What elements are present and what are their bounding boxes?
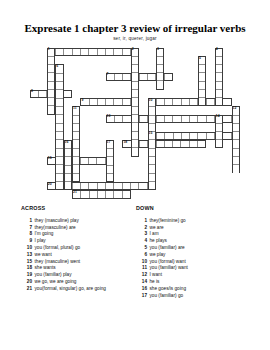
- grid-cell[interactable]: [98, 99, 106, 105]
- clue-item: 3I am: [136, 231, 261, 238]
- grid-cell[interactable]: [132, 90, 138, 98]
- clue-number: 6: [136, 252, 147, 259]
- grid-cell[interactable]: [65, 182, 71, 189]
- clue-number: 2: [136, 225, 147, 232]
- word-slot[interactable]: [215, 115, 223, 149]
- grid-cell[interactable]: [56, 99, 62, 107]
- clue-text: they(feminine) go: [147, 218, 186, 225]
- grid-cell[interactable]: [132, 57, 138, 65]
- grid-cell[interactable]: [56, 82, 62, 90]
- word-slot[interactable]: [106, 140, 114, 182]
- word-slot[interactable]: [131, 48, 139, 157]
- clue-item: 17you (familiar) go: [136, 293, 261, 300]
- grid-cell[interactable]: [199, 90, 205, 98]
- grid-cell[interactable]: [107, 174, 113, 181]
- word-slot[interactable]: [148, 98, 156, 190]
- grid-cell[interactable]: [65, 174, 71, 182]
- grid-cell[interactable]: [89, 183, 97, 189]
- word-slot[interactable]: [72, 106, 80, 182]
- clue-number: 21: [21, 286, 32, 293]
- clue-item: 12I want: [136, 272, 261, 279]
- grid-cell[interactable]: [107, 157, 113, 165]
- clue-text: we are: [147, 225, 164, 232]
- grid-cell[interactable]: [114, 49, 122, 55]
- grid-cell[interactable]: [207, 99, 215, 105]
- grid-cell[interactable]: [123, 183, 131, 189]
- grid-cell[interactable]: [233, 165, 239, 172]
- grid-cell[interactable]: [81, 158, 89, 164]
- grid-cell[interactable]: [123, 49, 131, 55]
- clue-text: we want: [32, 252, 52, 259]
- grid-cell[interactable]: [56, 107, 62, 115]
- clue-number: 3: [136, 231, 147, 238]
- grid-cell[interactable]: [73, 116, 79, 124]
- word-slot[interactable]: [148, 132, 240, 140]
- clue-number: 11: [136, 265, 147, 272]
- clue-number-label: 1: [48, 48, 50, 51]
- clue-number-label: 21: [73, 191, 77, 194]
- clue-number: 15: [21, 259, 32, 266]
- clue-text: we play: [147, 252, 165, 259]
- grid-cell[interactable]: [233, 140, 239, 148]
- grid-cell[interactable]: [131, 183, 139, 189]
- grid-cell[interactable]: [216, 65, 222, 73]
- grid-cell[interactable]: [216, 73, 222, 81]
- word-slot[interactable]: [215, 48, 223, 107]
- grid-cell[interactable]: [81, 191, 89, 197]
- grid-cell[interactable]: [65, 149, 71, 157]
- grid-cell[interactable]: [132, 98, 138, 106]
- grid-cell[interactable]: [81, 183, 89, 189]
- grid-cell[interactable]: [64, 91, 71, 97]
- clue-text: he plays: [147, 238, 167, 245]
- clue-number-label: 18: [123, 141, 127, 144]
- grid-cell[interactable]: [132, 123, 138, 131]
- grid-cell[interactable]: [107, 149, 113, 157]
- clue-item: 7they(masculine) are: [21, 225, 146, 232]
- clue-number: 9: [21, 238, 32, 245]
- grid-cell[interactable]: [48, 57, 54, 65]
- grid-cell[interactable]: [223, 99, 230, 105]
- grid-cell[interactable]: [48, 106, 54, 113]
- grid-cell[interactable]: [132, 82, 138, 90]
- clue-number: 12: [136, 272, 147, 279]
- clue-number: 10: [21, 245, 32, 252]
- grid-cell[interactable]: [216, 82, 222, 90]
- across-clues: ACROSS 1they (masculine) play7they(mascu…: [21, 205, 146, 293]
- clue-number-label: 13: [107, 115, 111, 118]
- clue-text: you (familiar) play: [32, 272, 72, 279]
- clue-number-label: 4: [216, 48, 218, 51]
- grid-cell[interactable]: [98, 49, 106, 55]
- grid-cell[interactable]: [64, 49, 72, 55]
- grid-cell[interactable]: [199, 73, 205, 81]
- grid-cell[interactable]: [173, 141, 181, 147]
- clue-item: 10you (formal, plural) go: [21, 245, 146, 252]
- grid-cell[interactable]: [123, 191, 130, 197]
- word-slot[interactable]: [232, 106, 240, 173]
- clue-number: 20: [21, 279, 32, 286]
- grid-cell[interactable]: [73, 132, 79, 140]
- crossword-grid[interactable]: 178910131518192021234561112141617: [0, 0, 270, 205]
- clue-item: 11you (familiar) want: [136, 265, 261, 272]
- grid-cell[interactable]: [190, 141, 198, 147]
- clue-number-label: 7: [107, 73, 109, 76]
- clue-number: 16: [136, 286, 147, 293]
- clue-text: I am: [147, 231, 159, 238]
- grid-cell[interactable]: [56, 174, 62, 182]
- grid-cell[interactable]: [73, 124, 79, 132]
- grid-cell[interactable]: [233, 124, 239, 132]
- grid-cell[interactable]: [56, 124, 62, 132]
- clue-number-label: 17: [107, 141, 111, 144]
- grid-cell[interactable]: [165, 133, 173, 139]
- grid-cell[interactable]: [106, 183, 114, 189]
- clue-text: they(masculine) are: [32, 225, 76, 232]
- clue-text: you(formal, singular) go, are going: [32, 286, 106, 293]
- grid-cell[interactable]: [182, 133, 190, 139]
- grid-cell[interactable]: [216, 124, 222, 132]
- grid-cell[interactable]: [48, 90, 54, 98]
- grid-cell[interactable]: [89, 49, 97, 55]
- grid-cell[interactable]: [165, 116, 173, 122]
- grid-cell[interactable]: [132, 65, 138, 73]
- grid-cell[interactable]: [207, 116, 215, 122]
- word-slot[interactable]: [64, 140, 72, 190]
- clue-number: 19: [21, 272, 32, 279]
- grid-cell[interactable]: [132, 132, 138, 140]
- clue-number: 14: [136, 279, 147, 286]
- grid-cell[interactable]: [89, 158, 97, 164]
- clue-text: I play: [32, 238, 46, 245]
- grid-cell[interactable]: [198, 141, 205, 147]
- grid-cell[interactable]: [157, 141, 165, 147]
- grid-cell[interactable]: [216, 132, 222, 140]
- grid-cell[interactable]: [157, 99, 165, 105]
- grid-cell[interactable]: [198, 133, 206, 139]
- grid-cell[interactable]: [73, 149, 79, 157]
- clue-number-label: 15: [149, 132, 153, 135]
- clue-text: I'm going: [32, 231, 53, 238]
- grid-cell[interactable]: [56, 182, 62, 189]
- grid-cell[interactable]: [90, 191, 98, 197]
- grid-cell[interactable]: [199, 82, 205, 90]
- word-slot[interactable]: [47, 48, 55, 115]
- grid-cell[interactable]: [157, 81, 163, 88]
- clue-number: 1: [21, 218, 32, 225]
- word-slot[interactable]: [72, 190, 131, 198]
- grid-cell[interactable]: [132, 107, 138, 115]
- grid-cell[interactable]: [98, 191, 106, 197]
- grid-cell[interactable]: [73, 165, 79, 173]
- grid-cell[interactable]: [73, 157, 79, 165]
- clue-number: 17: [136, 293, 147, 300]
- grid-cell[interactable]: [132, 73, 138, 81]
- clue-number-label: 14: [216, 115, 220, 118]
- grid-cell[interactable]: [157, 65, 163, 73]
- grid-cell[interactable]: [233, 149, 239, 157]
- grid-cell[interactable]: [139, 183, 147, 189]
- clue-text: you (formal) want: [147, 259, 186, 266]
- grid-cell[interactable]: [173, 99, 181, 105]
- grid-cell[interactable]: [115, 74, 123, 80]
- grid-cell[interactable]: [107, 166, 113, 174]
- grid-cell[interactable]: [48, 82, 54, 90]
- word-slot[interactable]: [156, 48, 164, 90]
- grid-cell[interactable]: [149, 157, 155, 165]
- grid-cell[interactable]: [56, 149, 62, 157]
- clue-text: you (familiar) are: [147, 245, 185, 252]
- word-slot[interactable]: [47, 48, 139, 56]
- grid-cell[interactable]: [132, 148, 138, 155]
- clue-number-label: 6: [56, 65, 58, 68]
- clue-number-label: 11: [73, 107, 77, 110]
- clue-text: you (familiar) go: [147, 293, 183, 300]
- grid-cell[interactable]: [56, 132, 62, 140]
- clue-number: 18: [21, 265, 32, 272]
- clue-number-label: 16: [65, 141, 69, 144]
- clue-number-label: 2: [132, 48, 134, 51]
- clue-number: 1: [136, 218, 147, 225]
- grid-cell[interactable]: [73, 140, 79, 148]
- grid-cell[interactable]: [190, 133, 198, 139]
- grid-cell[interactable]: [190, 116, 198, 122]
- clue-item: 5you (familiar) are: [136, 245, 261, 252]
- clue-item: 10you (formal) want: [136, 259, 261, 266]
- grid-cell[interactable]: [216, 90, 222, 98]
- grid-cell[interactable]: [132, 140, 138, 148]
- clue-item: 9I play: [21, 238, 146, 245]
- clue-text: you (familiar) want: [147, 265, 188, 272]
- grid-cell[interactable]: [48, 65, 54, 73]
- grid-cell[interactable]: [174, 133, 182, 139]
- grid-cell[interactable]: [81, 49, 89, 55]
- grid-cell[interactable]: [48, 98, 54, 106]
- clue-number-label: 20: [48, 183, 52, 186]
- clue-number: 4: [136, 238, 147, 245]
- grid-cell[interactable]: [149, 149, 155, 157]
- grid-cell[interactable]: [149, 165, 155, 173]
- grid-cell[interactable]: [65, 166, 71, 174]
- clue-item: 13we want: [21, 252, 146, 259]
- clue-number: 13: [21, 252, 32, 259]
- clue-number-label: 12: [233, 107, 237, 110]
- clue-item: 1they (masculine) play: [21, 218, 146, 225]
- clue-number-label: 10: [149, 99, 153, 102]
- down-header: DOWN: [136, 205, 261, 212]
- grid-cell[interactable]: [216, 57, 222, 65]
- grid-cell[interactable]: [106, 191, 114, 197]
- grid-cell[interactable]: [216, 98, 222, 105]
- clue-item: 16she goes/is going: [136, 286, 261, 293]
- clue-item: 8I'm going: [21, 231, 146, 238]
- grid-cell[interactable]: [56, 90, 62, 98]
- grid-cell[interactable]: [223, 133, 231, 139]
- grid-cell[interactable]: [149, 182, 155, 189]
- clue-text: she wants: [32, 265, 56, 272]
- clue-number: 10: [136, 259, 147, 266]
- grid-cell[interactable]: [181, 141, 189, 147]
- clue-item: 14he is: [136, 279, 261, 286]
- grid-cell[interactable]: [165, 74, 172, 80]
- grid-cell[interactable]: [97, 158, 105, 164]
- grid-cell[interactable]: [48, 73, 54, 81]
- clue-number: 8: [21, 231, 32, 238]
- grid-cell[interactable]: [157, 133, 165, 139]
- grid-cell[interactable]: [98, 183, 106, 189]
- grid-cell[interactable]: [157, 57, 163, 65]
- clue-number-label: 8: [31, 90, 33, 93]
- clue-text: you (formal, plural) go: [32, 245, 80, 252]
- grid-cell[interactable]: [115, 116, 123, 122]
- grid-cell[interactable]: [223, 116, 231, 122]
- grid-cell[interactable]: [165, 99, 173, 105]
- grid-cell[interactable]: [140, 74, 148, 80]
- grid-cell[interactable]: [149, 140, 155, 148]
- down-clue-list: 1they(feminine) go2we are3I am4he plays5…: [136, 218, 261, 300]
- grid-cell[interactable]: [233, 116, 239, 124]
- grid-cell[interactable]: [106, 99, 114, 105]
- grid-cell[interactable]: [149, 107, 155, 115]
- clue-number-label: 9: [81, 99, 83, 102]
- word-slot[interactable]: [55, 64, 63, 190]
- grid-cell[interactable]: [56, 74, 62, 82]
- clue-item: 21you(formal, singular) go, are going: [21, 286, 146, 293]
- grid-cell[interactable]: [114, 99, 122, 105]
- word-slot[interactable]: [198, 56, 206, 106]
- clue-item: 6we play: [136, 252, 261, 259]
- clue-item: 19you (familiar) play: [21, 272, 146, 279]
- clue-text: we go, we are going: [32, 279, 76, 286]
- clue-item: 4he plays: [136, 238, 261, 245]
- clue-text: they (masculine) play: [32, 218, 79, 225]
- clue-text: they (masculine) went: [32, 259, 80, 266]
- clue-text: he is: [147, 279, 159, 286]
- clue-number: 7: [21, 225, 32, 232]
- clue-item: 2we are: [136, 225, 261, 232]
- grid-cell[interactable]: [123, 99, 131, 105]
- grid-cell[interactable]: [149, 116, 155, 124]
- grid-cell[interactable]: [56, 115, 62, 123]
- clue-item: 15they (masculine) went: [21, 259, 146, 266]
- across-clue-list: 1they (masculine) play7they(masculine) a…: [21, 218, 146, 293]
- across-header: ACROSS: [21, 205, 146, 212]
- grid-cell[interactable]: [149, 174, 155, 182]
- grid-cell[interactable]: [114, 191, 122, 197]
- grid-cell[interactable]: [199, 98, 205, 105]
- grid-cell[interactable]: [216, 140, 222, 147]
- grid-cell[interactable]: [182, 99, 190, 105]
- clue-item: 1they(feminine) go: [136, 218, 261, 225]
- clue-item: 18she wants: [21, 265, 146, 272]
- grid-cell[interactable]: [56, 165, 62, 173]
- grid-cell[interactable]: [73, 174, 79, 181]
- grid-cell[interactable]: [73, 183, 81, 189]
- clue-number-label: 19: [48, 157, 52, 160]
- grid-cell[interactable]: [182, 116, 190, 122]
- clue-item: 20we go, we are going: [21, 279, 146, 286]
- grid-cell[interactable]: [56, 157, 62, 165]
- clue-text: she goes/is going: [147, 286, 186, 293]
- grid-cell[interactable]: [165, 141, 173, 147]
- clue-text: I want: [147, 272, 162, 279]
- grid-cell[interactable]: [73, 49, 81, 55]
- grid-cell[interactable]: [132, 115, 138, 123]
- clue-number-label: 3: [157, 48, 159, 51]
- grid-cell[interactable]: [56, 140, 62, 148]
- grid-cell[interactable]: [65, 157, 71, 165]
- grid-cell[interactable]: [90, 99, 98, 105]
- worksheet: Expresate 1 chapter 3 review of irregula…: [0, 0, 270, 350]
- grid-cell[interactable]: [56, 49, 64, 55]
- clue-number: 5: [136, 245, 147, 252]
- grid-cell[interactable]: [199, 65, 205, 73]
- grid-cell[interactable]: [157, 73, 163, 81]
- clue-number-label: 5: [199, 57, 201, 60]
- grid-cell[interactable]: [233, 132, 239, 140]
- down-clues: DOWN 1they(feminine) go2we are3I am4he p…: [136, 205, 261, 299]
- grid-cell[interactable]: [173, 116, 181, 122]
- grid-cell[interactable]: [157, 116, 165, 122]
- grid-cell[interactable]: [198, 116, 206, 122]
- grid-cell[interactable]: [114, 183, 122, 189]
- grid-cell[interactable]: [106, 49, 114, 55]
- grid-cell[interactable]: [233, 157, 239, 165]
